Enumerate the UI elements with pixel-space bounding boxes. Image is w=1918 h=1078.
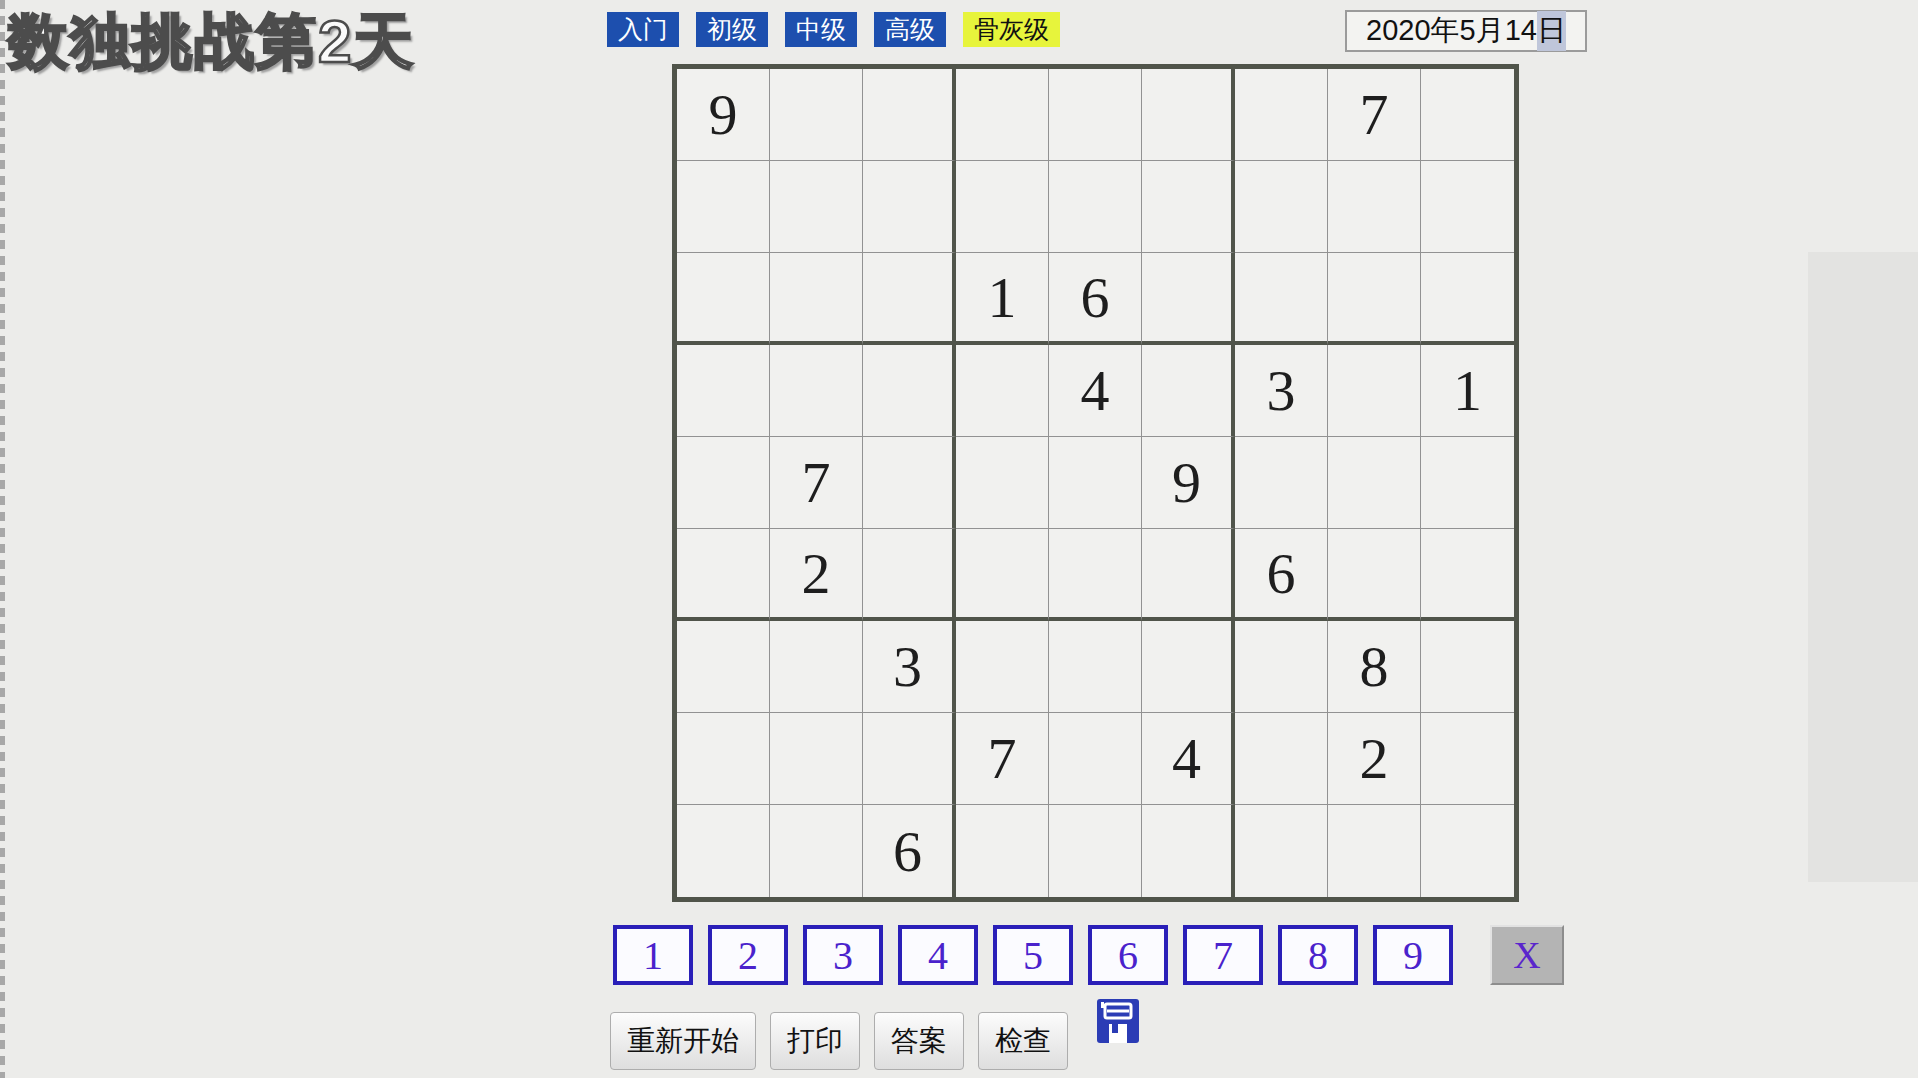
cell-r2c4[interactable] xyxy=(956,161,1049,253)
cell-r9c6[interactable] xyxy=(1142,805,1235,897)
cell-r1c2[interactable] xyxy=(770,69,863,161)
cell-r9c3[interactable]: 6 xyxy=(863,805,956,897)
cell-r8c1[interactable] xyxy=(677,713,770,805)
restart-button[interactable]: 重新开始 xyxy=(610,1012,756,1070)
difficulty-medium[interactable]: 中级 xyxy=(785,12,857,47)
numpad-key-4[interactable]: 4 xyxy=(898,925,978,985)
date-text: 2020年5月14 xyxy=(1366,11,1537,51)
cell-r4c3[interactable] xyxy=(863,345,956,437)
cell-r1c5[interactable] xyxy=(1049,69,1142,161)
cell-r7c8[interactable]: 8 xyxy=(1328,621,1421,713)
cell-r7c2[interactable] xyxy=(770,621,863,713)
cell-r1c1[interactable]: 9 xyxy=(677,69,770,161)
check-button[interactable]: 检查 xyxy=(978,1012,1068,1070)
cell-r5c9[interactable] xyxy=(1421,437,1514,529)
numpad-key-8[interactable]: 8 xyxy=(1278,925,1358,985)
cell-r3c3[interactable] xyxy=(863,253,956,345)
date-day-segment-selected: 日 xyxy=(1537,11,1566,51)
cell-r9c1[interactable] xyxy=(677,805,770,897)
difficulty-expert[interactable]: 骨灰级 xyxy=(963,12,1060,47)
cell-r9c7[interactable] xyxy=(1235,805,1328,897)
cell-r5c2[interactable]: 7 xyxy=(770,437,863,529)
cell-r6c4[interactable] xyxy=(956,529,1049,621)
cell-r5c1[interactable] xyxy=(677,437,770,529)
cell-r3c6[interactable] xyxy=(1142,253,1235,345)
save-icon[interactable] xyxy=(1097,999,1139,1043)
cell-r1c8[interactable]: 7 xyxy=(1328,69,1421,161)
cell-r5c8[interactable] xyxy=(1328,437,1421,529)
cell-r2c6[interactable] xyxy=(1142,161,1235,253)
cell-r6c8[interactable] xyxy=(1328,529,1421,621)
cell-r3c7[interactable] xyxy=(1235,253,1328,345)
sudoku-board: 97164317926387426 xyxy=(672,64,1519,902)
cell-r6c9[interactable] xyxy=(1421,529,1514,621)
cell-r1c4[interactable] xyxy=(956,69,1049,161)
right-background-panel xyxy=(1808,252,1918,882)
cell-r8c4[interactable]: 7 xyxy=(956,713,1049,805)
cell-r7c7[interactable] xyxy=(1235,621,1328,713)
cell-r6c3[interactable] xyxy=(863,529,956,621)
cell-r4c6[interactable] xyxy=(1142,345,1235,437)
cell-r7c3[interactable]: 3 xyxy=(863,621,956,713)
cell-r6c5[interactable] xyxy=(1049,529,1142,621)
cell-r5c7[interactable] xyxy=(1235,437,1328,529)
cell-r5c5[interactable] xyxy=(1049,437,1142,529)
cell-r4c1[interactable] xyxy=(677,345,770,437)
difficulty-bar: 入门 初级 中级 高级 骨灰级 xyxy=(607,12,1060,47)
print-button[interactable]: 打印 xyxy=(770,1012,860,1070)
cell-r5c3[interactable] xyxy=(863,437,956,529)
cell-r7c1[interactable] xyxy=(677,621,770,713)
cell-r9c8[interactable] xyxy=(1328,805,1421,897)
cell-r9c5[interactable] xyxy=(1049,805,1142,897)
cell-r6c6[interactable] xyxy=(1142,529,1235,621)
cell-r8c7[interactable] xyxy=(1235,713,1328,805)
cell-r1c3[interactable] xyxy=(863,69,956,161)
cell-r4c4[interactable] xyxy=(956,345,1049,437)
cell-r8c3[interactable] xyxy=(863,713,956,805)
cell-r4c8[interactable] xyxy=(1328,345,1421,437)
number-pad: 1 2 3 4 5 6 7 8 9 X xyxy=(613,925,1564,985)
cell-r3c5[interactable]: 6 xyxy=(1049,253,1142,345)
cell-r3c2[interactable] xyxy=(770,253,863,345)
difficulty-easy[interactable]: 初级 xyxy=(696,12,768,47)
difficulty-beginner[interactable]: 入门 xyxy=(607,12,679,47)
cell-r2c7[interactable] xyxy=(1235,161,1328,253)
cell-r8c5[interactable] xyxy=(1049,713,1142,805)
cell-r2c3[interactable] xyxy=(863,161,956,253)
date-field[interactable]: 2020年5月14日 xyxy=(1345,10,1587,52)
cell-r4c2[interactable] xyxy=(770,345,863,437)
window-left-dashed-edge xyxy=(0,0,5,1078)
numpad-key-6[interactable]: 6 xyxy=(1088,925,1168,985)
cell-r8c9[interactable] xyxy=(1421,713,1514,805)
cell-r9c2[interactable] xyxy=(770,805,863,897)
numpad-key-3[interactable]: 3 xyxy=(803,925,883,985)
cell-r6c1[interactable] xyxy=(677,529,770,621)
cell-r7c6[interactable] xyxy=(1142,621,1235,713)
cell-r7c4[interactable] xyxy=(956,621,1049,713)
page-title: 数独挑战第2天 xyxy=(8,2,415,83)
cell-r2c9[interactable] xyxy=(1421,161,1514,253)
cell-r9c9[interactable] xyxy=(1421,805,1514,897)
cell-r3c4[interactable]: 1 xyxy=(956,253,1049,345)
cell-r1c6[interactable] xyxy=(1142,69,1235,161)
cell-r5c4[interactable] xyxy=(956,437,1049,529)
cell-r6c7[interactable]: 6 xyxy=(1235,529,1328,621)
cell-r3c9[interactable] xyxy=(1421,253,1514,345)
cell-r2c8[interactable] xyxy=(1328,161,1421,253)
cell-r4c7[interactable]: 3 xyxy=(1235,345,1328,437)
cell-r9c4[interactable] xyxy=(956,805,1049,897)
numpad-key-7[interactable]: 7 xyxy=(1183,925,1263,985)
cell-r1c9[interactable] xyxy=(1421,69,1514,161)
cell-r3c8[interactable] xyxy=(1328,253,1421,345)
numpad-clear-key[interactable]: X xyxy=(1490,925,1564,985)
cell-r5c6[interactable]: 9 xyxy=(1142,437,1235,529)
cell-r8c8[interactable]: 2 xyxy=(1328,713,1421,805)
cell-r8c6[interactable]: 4 xyxy=(1142,713,1235,805)
cell-r4c5[interactable]: 4 xyxy=(1049,345,1142,437)
cell-r7c5[interactable] xyxy=(1049,621,1142,713)
cell-r2c1[interactable] xyxy=(677,161,770,253)
cell-r6c2[interactable]: 2 xyxy=(770,529,863,621)
cell-r2c2[interactable] xyxy=(770,161,863,253)
numpad-key-9[interactable]: 9 xyxy=(1373,925,1453,985)
cell-r7c9[interactable] xyxy=(1421,621,1514,713)
cell-r4c9[interactable]: 1 xyxy=(1421,345,1514,437)
difficulty-hard[interactable]: 高级 xyxy=(874,12,946,47)
numpad-key-2[interactable]: 2 xyxy=(708,925,788,985)
numpad-key-5[interactable]: 5 xyxy=(993,925,1073,985)
action-bar: 重新开始 打印 答案 检查 xyxy=(610,1012,1068,1070)
answer-button[interactable]: 答案 xyxy=(874,1012,964,1070)
cell-r8c2[interactable] xyxy=(770,713,863,805)
cell-r1c7[interactable] xyxy=(1235,69,1328,161)
numpad-key-1[interactable]: 1 xyxy=(613,925,693,985)
cell-r3c1[interactable] xyxy=(677,253,770,345)
cell-r2c5[interactable] xyxy=(1049,161,1142,253)
